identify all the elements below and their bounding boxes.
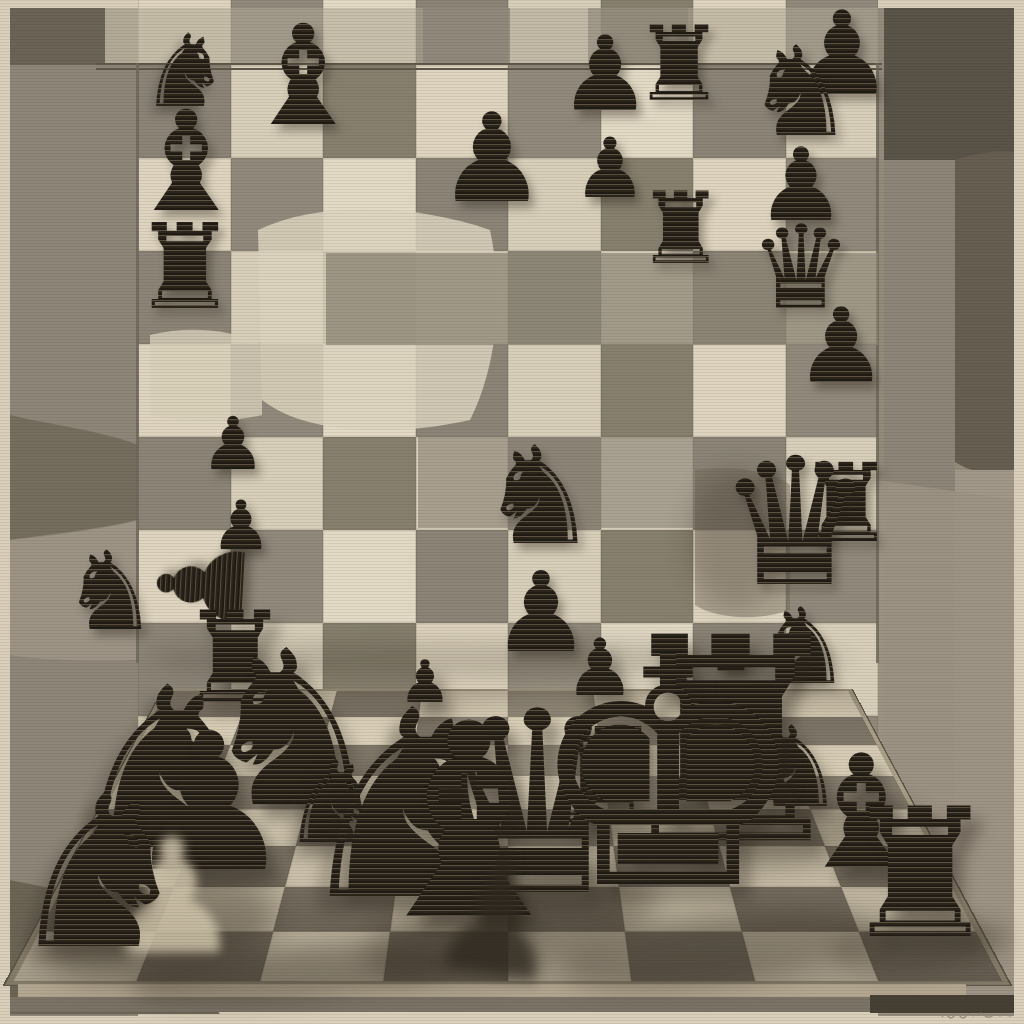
floor-knight-piece[interactable]: ♞ bbox=[4, 767, 194, 979]
piece-layer: ♞♝♜♝♟♟♜♟♜♞♟♛♟♟♛♜♞♟♞♟♟♟♟♞♜♟♟♞♞♟♟♞♞♞♝♛♜♚♟♜… bbox=[0, 0, 1024, 1024]
wall-pawn-piece[interactable]: ♟ bbox=[558, 22, 651, 126]
wall-pawn-piece[interactable]: ♟ bbox=[437, 97, 547, 220]
floor-rook-piece[interactable]: ♜ bbox=[840, 785, 1000, 964]
wall-knight-piece[interactable]: ♞ bbox=[478, 429, 599, 564]
wall-pawn-piece[interactable]: ♟ bbox=[794, 294, 887, 398]
wall-pawn-piece[interactable]: ♟ bbox=[200, 407, 265, 480]
wall-rook-piece[interactable]: ♜ bbox=[132, 208, 238, 326]
chess-artwork: ♞♝♜♝♟♟♜♟♜♞♟♛♟♟♛♜♞♟♞♟♟♟♟♞♜♟♟♞♞♟♟♞♞♞♝♛♜♚♟♜… bbox=[0, 0, 1024, 1024]
wall-rook-piece[interactable]: ♜ bbox=[637, 179, 726, 278]
wall-knight-piece[interactable]: ♞ bbox=[61, 537, 159, 646]
floor-pawn-piece[interactable]: ♟ bbox=[418, 837, 575, 1008]
wall-bishop-piece[interactable]: ♝ bbox=[241, 7, 366, 146]
